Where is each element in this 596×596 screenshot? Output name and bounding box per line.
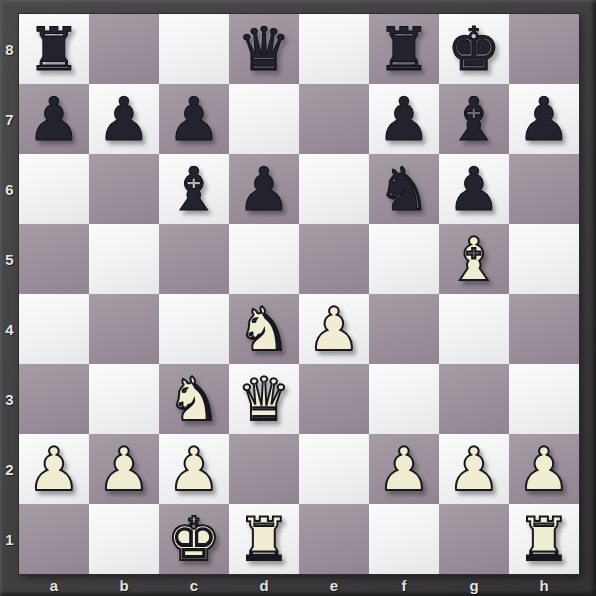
- square-c8[interactable]: [159, 14, 229, 84]
- square-b4[interactable]: [89, 294, 159, 364]
- white-pawn-b2[interactable]: ♟: [97, 434, 151, 504]
- file-label-a: a: [19, 574, 89, 596]
- rank-label-2: 2: [0, 434, 19, 504]
- square-h7[interactable]: ♟: [509, 84, 579, 154]
- black-pawn-h7[interactable]: ♟: [517, 84, 571, 154]
- square-h2[interactable]: ♟: [509, 434, 579, 504]
- square-g7[interactable]: ♝: [439, 84, 509, 154]
- square-e3[interactable]: [299, 364, 369, 434]
- white-pawn-a2[interactable]: ♟: [27, 434, 81, 504]
- square-f1[interactable]: [369, 504, 439, 574]
- square-a2[interactable]: ♟: [19, 434, 89, 504]
- white-pawn-g2[interactable]: ♟: [447, 434, 501, 504]
- square-a8[interactable]: ♜: [19, 14, 89, 84]
- white-knight-c3[interactable]: ♞: [167, 364, 221, 434]
- square-b5[interactable]: [89, 224, 159, 294]
- square-f6[interactable]: ♞: [369, 154, 439, 224]
- square-b1[interactable]: [89, 504, 159, 574]
- square-f2[interactable]: ♟: [369, 434, 439, 504]
- square-h8[interactable]: [509, 14, 579, 84]
- chess-board-frame: 87654321 abcdefgh ♜♛♜♚♟♟♟♟♝♟♝♟♞♟♝♞♟♞♛♟♟♟…: [0, 0, 596, 596]
- black-pawn-d6[interactable]: ♟: [237, 154, 291, 224]
- square-h1[interactable]: ♜: [509, 504, 579, 574]
- square-d7[interactable]: [229, 84, 299, 154]
- black-rook-f8[interactable]: ♜: [377, 14, 431, 84]
- square-c1[interactable]: ♚: [159, 504, 229, 574]
- square-e1[interactable]: [299, 504, 369, 574]
- square-d5[interactable]: [229, 224, 299, 294]
- square-c5[interactable]: [159, 224, 229, 294]
- black-king-g8[interactable]: ♚: [447, 14, 501, 84]
- square-d6[interactable]: ♟: [229, 154, 299, 224]
- square-c3[interactable]: ♞: [159, 364, 229, 434]
- white-king-c1[interactable]: ♚: [167, 504, 221, 574]
- black-bishop-c6[interactable]: ♝: [167, 154, 221, 224]
- square-a1[interactable]: [19, 504, 89, 574]
- black-rook-a8[interactable]: ♜: [27, 14, 81, 84]
- square-f3[interactable]: [369, 364, 439, 434]
- white-rook-h1[interactable]: ♜: [517, 504, 571, 574]
- black-knight-f6[interactable]: ♞: [377, 154, 431, 224]
- black-pawn-f7[interactable]: ♟: [377, 84, 431, 154]
- square-b2[interactable]: ♟: [89, 434, 159, 504]
- square-c2[interactable]: ♟: [159, 434, 229, 504]
- square-f4[interactable]: [369, 294, 439, 364]
- rank-label-6: 6: [0, 154, 19, 224]
- square-h6[interactable]: [509, 154, 579, 224]
- square-c7[interactable]: ♟: [159, 84, 229, 154]
- file-label-d: d: [229, 574, 299, 596]
- square-d4[interactable]: ♞: [229, 294, 299, 364]
- white-pawn-f2[interactable]: ♟: [377, 434, 431, 504]
- board: ♜♛♜♚♟♟♟♟♝♟♝♟♞♟♝♞♟♞♛♟♟♟♟♟♟♚♜♜: [19, 14, 579, 574]
- rank-label-3: 3: [0, 364, 19, 434]
- white-pawn-h2[interactable]: ♟: [517, 434, 571, 504]
- square-g3[interactable]: [439, 364, 509, 434]
- square-b6[interactable]: [89, 154, 159, 224]
- square-g6[interactable]: ♟: [439, 154, 509, 224]
- file-label-f: f: [369, 574, 439, 596]
- square-e2[interactable]: [299, 434, 369, 504]
- square-g8[interactable]: ♚: [439, 14, 509, 84]
- square-f5[interactable]: [369, 224, 439, 294]
- square-g5[interactable]: ♝: [439, 224, 509, 294]
- square-a5[interactable]: [19, 224, 89, 294]
- rank-label-5: 5: [0, 224, 19, 294]
- white-rook-d1[interactable]: ♜: [237, 504, 291, 574]
- file-label-h: h: [509, 574, 579, 596]
- square-e5[interactable]: [299, 224, 369, 294]
- square-h4[interactable]: [509, 294, 579, 364]
- white-queen-d3[interactable]: ♛: [237, 364, 291, 434]
- square-e8[interactable]: [299, 14, 369, 84]
- black-bishop-g7[interactable]: ♝: [447, 84, 501, 154]
- square-d3[interactable]: ♛: [229, 364, 299, 434]
- square-h3[interactable]: [509, 364, 579, 434]
- rank-label-8: 8: [0, 14, 19, 84]
- square-a3[interactable]: [19, 364, 89, 434]
- white-bishop-g5[interactable]: ♝: [447, 224, 501, 294]
- file-label-g: g: [439, 574, 509, 596]
- square-f8[interactable]: ♜: [369, 14, 439, 84]
- square-e7[interactable]: [299, 84, 369, 154]
- square-c6[interactable]: ♝: [159, 154, 229, 224]
- white-pawn-e4[interactable]: ♟: [307, 294, 361, 364]
- square-b3[interactable]: [89, 364, 159, 434]
- square-g4[interactable]: [439, 294, 509, 364]
- black-pawn-a7[interactable]: ♟: [27, 84, 81, 154]
- square-g2[interactable]: ♟: [439, 434, 509, 504]
- file-labels: abcdefgh: [19, 574, 579, 596]
- square-b7[interactable]: ♟: [89, 84, 159, 154]
- file-label-c: c: [159, 574, 229, 596]
- black-pawn-c7[interactable]: ♟: [167, 84, 221, 154]
- white-pawn-c2[interactable]: ♟: [167, 434, 221, 504]
- file-label-e: e: [299, 574, 369, 596]
- black-pawn-g6[interactable]: ♟: [447, 154, 501, 224]
- square-d8[interactable]: ♛: [229, 14, 299, 84]
- white-knight-d4[interactable]: ♞: [237, 294, 291, 364]
- square-f7[interactable]: ♟: [369, 84, 439, 154]
- rank-label-7: 7: [0, 84, 19, 154]
- rank-label-1: 1: [0, 504, 19, 574]
- square-e4[interactable]: ♟: [299, 294, 369, 364]
- square-d1[interactable]: ♜: [229, 504, 299, 574]
- square-h5[interactable]: [509, 224, 579, 294]
- black-pawn-b7[interactable]: ♟: [97, 84, 151, 154]
- square-a7[interactable]: ♟: [19, 84, 89, 154]
- black-queen-d8[interactable]: ♛: [237, 14, 291, 84]
- rank-label-4: 4: [0, 294, 19, 364]
- square-c4[interactable]: [159, 294, 229, 364]
- square-a6[interactable]: [19, 154, 89, 224]
- square-a4[interactable]: [19, 294, 89, 364]
- rank-labels: 87654321: [0, 14, 19, 574]
- square-d2[interactable]: [229, 434, 299, 504]
- square-b8[interactable]: [89, 14, 159, 84]
- square-g1[interactable]: [439, 504, 509, 574]
- square-e6[interactable]: [299, 154, 369, 224]
- file-label-b: b: [89, 574, 159, 596]
